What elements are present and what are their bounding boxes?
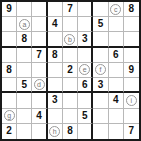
- cell-r4c8[interactable]: 6: [109, 48, 124, 63]
- cell-r3c7[interactable]: [93, 32, 108, 47]
- cell-r7c3[interactable]: [32, 93, 47, 108]
- cell-r7c2[interactable]: [17, 93, 32, 108]
- cell-r6c3[interactable]: d: [32, 78, 47, 93]
- given-digit: 5: [98, 19, 104, 29]
- cell-r7c1[interactable]: [2, 93, 17, 108]
- given-digit: 6: [113, 50, 119, 60]
- cell-r9c3[interactable]: [32, 124, 47, 139]
- cell-r1c9[interactable]: 8: [124, 2, 139, 17]
- cell-r7c8[interactable]: 4: [109, 93, 124, 108]
- cell-r3c9[interactable]: [124, 32, 139, 47]
- given-digit: 2: [6, 126, 12, 136]
- cell-r6c8[interactable]: [109, 78, 124, 93]
- cell-r1c3[interactable]: [32, 2, 47, 17]
- cell-r1c8[interactable]: c: [109, 2, 124, 17]
- cell-r2c5[interactable]: [63, 17, 78, 32]
- given-digit: 7: [67, 4, 73, 14]
- cell-r2c8[interactable]: [109, 17, 124, 32]
- given-digit: 8: [6, 65, 12, 75]
- letter-marker: e: [79, 64, 90, 75]
- cell-r5c4[interactable]: [48, 63, 63, 78]
- cell-r3c6[interactable]: 3: [78, 32, 93, 47]
- sudoku-board-frame: 97c8a458b378682ef95d6334ig452h87: [0, 0, 141, 141]
- given-digit: 7: [129, 126, 135, 136]
- cell-r4c1[interactable]: [2, 48, 17, 63]
- cell-r6c7[interactable]: 3: [93, 78, 108, 93]
- cell-r6c9[interactable]: [124, 78, 139, 93]
- cell-r9c6[interactable]: [78, 124, 93, 139]
- cell-r5c2[interactable]: [17, 63, 32, 78]
- given-digit: 9: [6, 4, 12, 14]
- given-digit: 8: [129, 4, 135, 14]
- cell-r8c9[interactable]: [124, 109, 139, 124]
- cell-r7c5[interactable]: [63, 93, 78, 108]
- cell-r2c9[interactable]: [124, 17, 139, 32]
- letter-marker: h: [49, 126, 60, 137]
- cell-r3c8[interactable]: [109, 32, 124, 47]
- cell-r4c5[interactable]: [63, 48, 78, 63]
- given-digit: 4: [36, 111, 42, 121]
- cell-r2c4[interactable]: 4: [48, 17, 63, 32]
- cell-r5c7[interactable]: f: [93, 63, 108, 78]
- letter-marker: d: [34, 79, 45, 90]
- cell-r8c4[interactable]: [48, 109, 63, 124]
- letter-marker: i: [126, 95, 137, 106]
- cell-r7c7[interactable]: [93, 93, 108, 108]
- cell-r9c4[interactable]: h: [48, 124, 63, 139]
- cell-r6c4[interactable]: [48, 78, 63, 93]
- cell-r7c4[interactable]: 3: [48, 93, 63, 108]
- cell-r4c7[interactable]: [93, 48, 108, 63]
- given-digit: 8: [52, 50, 58, 60]
- letter-marker: a: [19, 19, 30, 30]
- cell-r3c4[interactable]: [48, 32, 63, 47]
- cell-r9c7[interactable]: [93, 124, 108, 139]
- cell-r5c6[interactable]: e: [78, 63, 93, 78]
- cell-r3c3[interactable]: [32, 32, 47, 47]
- cell-r1c1[interactable]: 9: [2, 2, 17, 17]
- cell-r1c7[interactable]: [93, 2, 108, 17]
- cell-r1c4[interactable]: [48, 2, 63, 17]
- letter-marker: f: [95, 64, 106, 75]
- cell-r9c2[interactable]: [17, 124, 32, 139]
- cell-r3c5[interactable]: b: [63, 32, 78, 47]
- cell-r4c9[interactable]: [124, 48, 139, 63]
- given-digit: 3: [82, 34, 88, 44]
- given-digit: 4: [113, 95, 119, 105]
- cell-r2c6[interactable]: [78, 17, 93, 32]
- cell-r8c1[interactable]: g: [2, 109, 17, 124]
- cell-r4c4[interactable]: 8: [48, 48, 63, 63]
- cell-r4c2[interactable]: [17, 48, 32, 63]
- given-digit: 6: [82, 80, 88, 90]
- cell-r3c2[interactable]: 8: [17, 32, 32, 47]
- cell-r5c8[interactable]: [109, 63, 124, 78]
- cell-r8c2[interactable]: [17, 109, 32, 124]
- cell-r5c9[interactable]: 9: [124, 63, 139, 78]
- cell-r2c1[interactable]: [2, 17, 17, 32]
- cell-r6c5[interactable]: [63, 78, 78, 93]
- given-digit: 3: [52, 95, 58, 105]
- cell-r4c3[interactable]: 7: [32, 48, 47, 63]
- cell-r7c9[interactable]: i: [124, 93, 139, 108]
- cell-r1c2[interactable]: [17, 2, 32, 17]
- cell-r1c5[interactable]: 7: [63, 2, 78, 17]
- cell-r5c5[interactable]: 2: [63, 63, 78, 78]
- cell-r5c1[interactable]: 8: [2, 63, 17, 78]
- cell-r6c2[interactable]: 5: [17, 78, 32, 93]
- cell-r7c6[interactable]: [78, 93, 93, 108]
- cell-r8c7[interactable]: [93, 109, 108, 124]
- letter-marker: b: [64, 34, 75, 45]
- given-digit: 2: [67, 65, 73, 75]
- given-digit: 5: [82, 111, 88, 121]
- cell-r8c3[interactable]: 4: [32, 109, 47, 124]
- cell-r2c3[interactable]: [32, 17, 47, 32]
- given-digit: 3: [98, 80, 104, 90]
- sudoku-board: 97c8a458b378682ef95d6334ig452h87: [2, 2, 139, 139]
- letter-marker: g: [4, 110, 15, 121]
- given-digit: 9: [129, 65, 135, 75]
- cell-r9c9[interactable]: 7: [124, 124, 139, 139]
- cell-r3c1[interactable]: [2, 32, 17, 47]
- given-digit: 7: [36, 50, 42, 60]
- cell-r8c5[interactable]: [63, 109, 78, 124]
- cell-r2c7[interactable]: 5: [93, 17, 108, 32]
- letter-marker: c: [110, 4, 121, 15]
- given-digit: 8: [67, 126, 73, 136]
- cell-r6c6[interactable]: 6: [78, 78, 93, 93]
- cell-r5c3[interactable]: [32, 63, 47, 78]
- cell-r1c6[interactable]: [78, 2, 93, 17]
- cell-r9c1[interactable]: 2: [2, 124, 17, 139]
- cell-r6c1[interactable]: [2, 78, 17, 93]
- given-digit: 4: [52, 19, 58, 29]
- cell-r2c2[interactable]: a: [17, 17, 32, 32]
- cell-r4c6[interactable]: [78, 48, 93, 63]
- cell-r8c6[interactable]: 5: [78, 109, 93, 124]
- given-digit: 5: [22, 80, 28, 90]
- cell-r9c8[interactable]: [109, 124, 124, 139]
- given-digit: 8: [22, 34, 28, 44]
- cell-r8c8[interactable]: [109, 109, 124, 124]
- cell-r9c5[interactable]: 8: [63, 124, 78, 139]
